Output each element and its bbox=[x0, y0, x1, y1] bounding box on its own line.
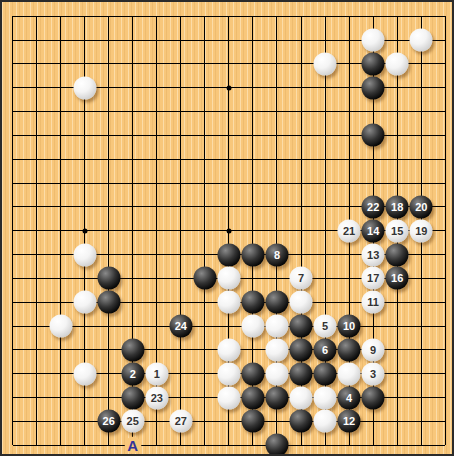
stone-white-Q18[interactable] bbox=[362, 29, 385, 52]
move-number: 26 bbox=[103, 416, 115, 427]
stone-black-Q17[interactable] bbox=[362, 52, 385, 75]
stone-black-J8[interactable] bbox=[193, 267, 216, 290]
stone-black-R9[interactable] bbox=[386, 243, 409, 266]
stone-black-M3[interactable] bbox=[265, 386, 288, 409]
stone-white-M4[interactable] bbox=[265, 362, 288, 385]
move-number: 24 bbox=[175, 321, 187, 332]
grid-line-horizontal bbox=[13, 445, 446, 446]
star-point bbox=[226, 228, 231, 233]
stone-black-N2[interactable] bbox=[290, 410, 313, 433]
stone-white-Q4[interactable]: 3 bbox=[362, 362, 385, 385]
move-number: 5 bbox=[322, 321, 328, 332]
stone-white-K3[interactable] bbox=[217, 386, 240, 409]
stone-black-F3[interactable] bbox=[121, 386, 144, 409]
stone-black-R11[interactable]: 18 bbox=[386, 195, 409, 218]
grid-line-vertical bbox=[445, 16, 446, 445]
stone-black-N5[interactable] bbox=[290, 338, 313, 361]
move-number: 22 bbox=[367, 201, 379, 212]
stone-black-E2[interactable]: 26 bbox=[97, 410, 120, 433]
stone-black-Q16[interactable] bbox=[362, 76, 385, 99]
stone-white-O3[interactable] bbox=[314, 386, 337, 409]
stone-white-C6[interactable] bbox=[49, 315, 72, 338]
move-number: 8 bbox=[274, 249, 280, 260]
stone-white-N7[interactable] bbox=[290, 291, 313, 314]
go-board[interactable]: 2218202114151981371716112451069213234262… bbox=[0, 0, 454, 456]
grid-line-horizontal bbox=[13, 421, 446, 422]
move-number: 18 bbox=[391, 201, 403, 212]
stone-white-O6[interactable]: 5 bbox=[314, 315, 337, 338]
stone-white-D16[interactable] bbox=[73, 76, 96, 99]
stone-black-L3[interactable] bbox=[241, 386, 264, 409]
stone-black-P3[interactable]: 4 bbox=[338, 386, 361, 409]
stone-white-R17[interactable] bbox=[386, 52, 409, 75]
stone-white-G3[interactable]: 23 bbox=[145, 386, 168, 409]
stone-white-K5[interactable] bbox=[217, 338, 240, 361]
stone-white-Q5[interactable]: 9 bbox=[362, 338, 385, 361]
stone-white-P10[interactable]: 21 bbox=[338, 219, 361, 242]
move-number: 1 bbox=[154, 368, 160, 379]
stone-black-K9[interactable] bbox=[217, 243, 240, 266]
stone-white-S18[interactable] bbox=[410, 29, 433, 52]
stone-white-Q8[interactable]: 17 bbox=[362, 267, 385, 290]
stone-white-D9[interactable] bbox=[73, 243, 96, 266]
stone-black-P5[interactable] bbox=[338, 338, 361, 361]
stone-white-P4[interactable] bbox=[338, 362, 361, 385]
stone-black-P6[interactable]: 10 bbox=[338, 315, 361, 338]
stone-black-H6[interactable]: 24 bbox=[169, 315, 192, 338]
stone-black-E8[interactable] bbox=[97, 267, 120, 290]
move-number: 21 bbox=[343, 225, 355, 236]
stone-white-D7[interactable] bbox=[73, 291, 96, 314]
stone-white-S10[interactable]: 19 bbox=[410, 219, 433, 242]
stone-black-M7[interactable] bbox=[265, 291, 288, 314]
stone-black-L7[interactable] bbox=[241, 291, 264, 314]
move-number: 16 bbox=[391, 273, 403, 284]
stone-white-Q9[interactable]: 13 bbox=[362, 243, 385, 266]
move-number: 17 bbox=[367, 273, 379, 284]
stone-black-F4[interactable]: 2 bbox=[121, 362, 144, 385]
stone-black-L2[interactable] bbox=[241, 410, 264, 433]
move-number: 19 bbox=[415, 225, 427, 236]
move-number: 20 bbox=[415, 201, 427, 212]
stone-white-L6[interactable] bbox=[241, 315, 264, 338]
stone-black-P2[interactable]: 12 bbox=[338, 410, 361, 433]
stone-black-L9[interactable] bbox=[241, 243, 264, 266]
stone-black-F5[interactable] bbox=[121, 338, 144, 361]
stone-white-M5[interactable] bbox=[265, 338, 288, 361]
stone-black-Q11[interactable]: 22 bbox=[362, 195, 385, 218]
stone-white-N8[interactable]: 7 bbox=[290, 267, 313, 290]
stone-black-S11[interactable]: 20 bbox=[410, 195, 433, 218]
grid-line-horizontal bbox=[13, 326, 446, 327]
stone-white-R10[interactable]: 15 bbox=[386, 219, 409, 242]
stone-white-M6[interactable] bbox=[265, 315, 288, 338]
stone-black-O5[interactable]: 6 bbox=[314, 338, 337, 361]
stone-white-F2[interactable]: 25 bbox=[121, 410, 144, 433]
move-number: 11 bbox=[367, 297, 379, 308]
stone-white-D4[interactable] bbox=[73, 362, 96, 385]
stone-white-G4[interactable]: 1 bbox=[145, 362, 168, 385]
move-number: 12 bbox=[343, 416, 355, 427]
stone-black-N4[interactable] bbox=[290, 362, 313, 385]
stone-black-O4[interactable] bbox=[314, 362, 337, 385]
stone-black-E7[interactable] bbox=[97, 291, 120, 314]
stone-black-M9[interactable]: 8 bbox=[265, 243, 288, 266]
stone-white-N3[interactable] bbox=[290, 386, 313, 409]
move-number: 27 bbox=[175, 416, 187, 427]
stone-white-H2[interactable]: 27 bbox=[169, 410, 192, 433]
move-number: 6 bbox=[322, 344, 328, 355]
move-number: 13 bbox=[367, 249, 379, 260]
move-number: 23 bbox=[151, 392, 163, 403]
stone-black-Q10[interactable]: 14 bbox=[362, 219, 385, 242]
move-number: 10 bbox=[343, 321, 355, 332]
point-label-A[interactable]: A bbox=[123, 436, 142, 455]
stone-black-R8[interactable]: 16 bbox=[386, 267, 409, 290]
move-number: 14 bbox=[367, 225, 379, 236]
move-number: 15 bbox=[391, 225, 403, 236]
stone-white-Q7[interactable]: 11 bbox=[362, 291, 385, 314]
move-number: 9 bbox=[370, 344, 376, 355]
stone-black-N6[interactable] bbox=[290, 315, 313, 338]
stone-white-K4[interactable] bbox=[217, 362, 240, 385]
stone-black-L4[interactable] bbox=[241, 362, 264, 385]
move-number: 3 bbox=[370, 368, 376, 379]
move-number: 7 bbox=[298, 273, 304, 284]
stone-white-K7[interactable] bbox=[217, 291, 240, 314]
stone-black-M1[interactable] bbox=[265, 434, 288, 456]
stone-black-Q3[interactable] bbox=[362, 386, 385, 409]
move-number: 4 bbox=[346, 392, 352, 403]
stone-black-Q14[interactable] bbox=[362, 124, 385, 147]
stone-white-K8[interactable] bbox=[217, 267, 240, 290]
stone-white-O2[interactable] bbox=[314, 410, 337, 433]
stone-white-O17[interactable] bbox=[314, 52, 337, 75]
move-number: 25 bbox=[127, 416, 139, 427]
star-point bbox=[82, 228, 87, 233]
move-number: 2 bbox=[130, 368, 136, 379]
star-point bbox=[226, 85, 231, 90]
